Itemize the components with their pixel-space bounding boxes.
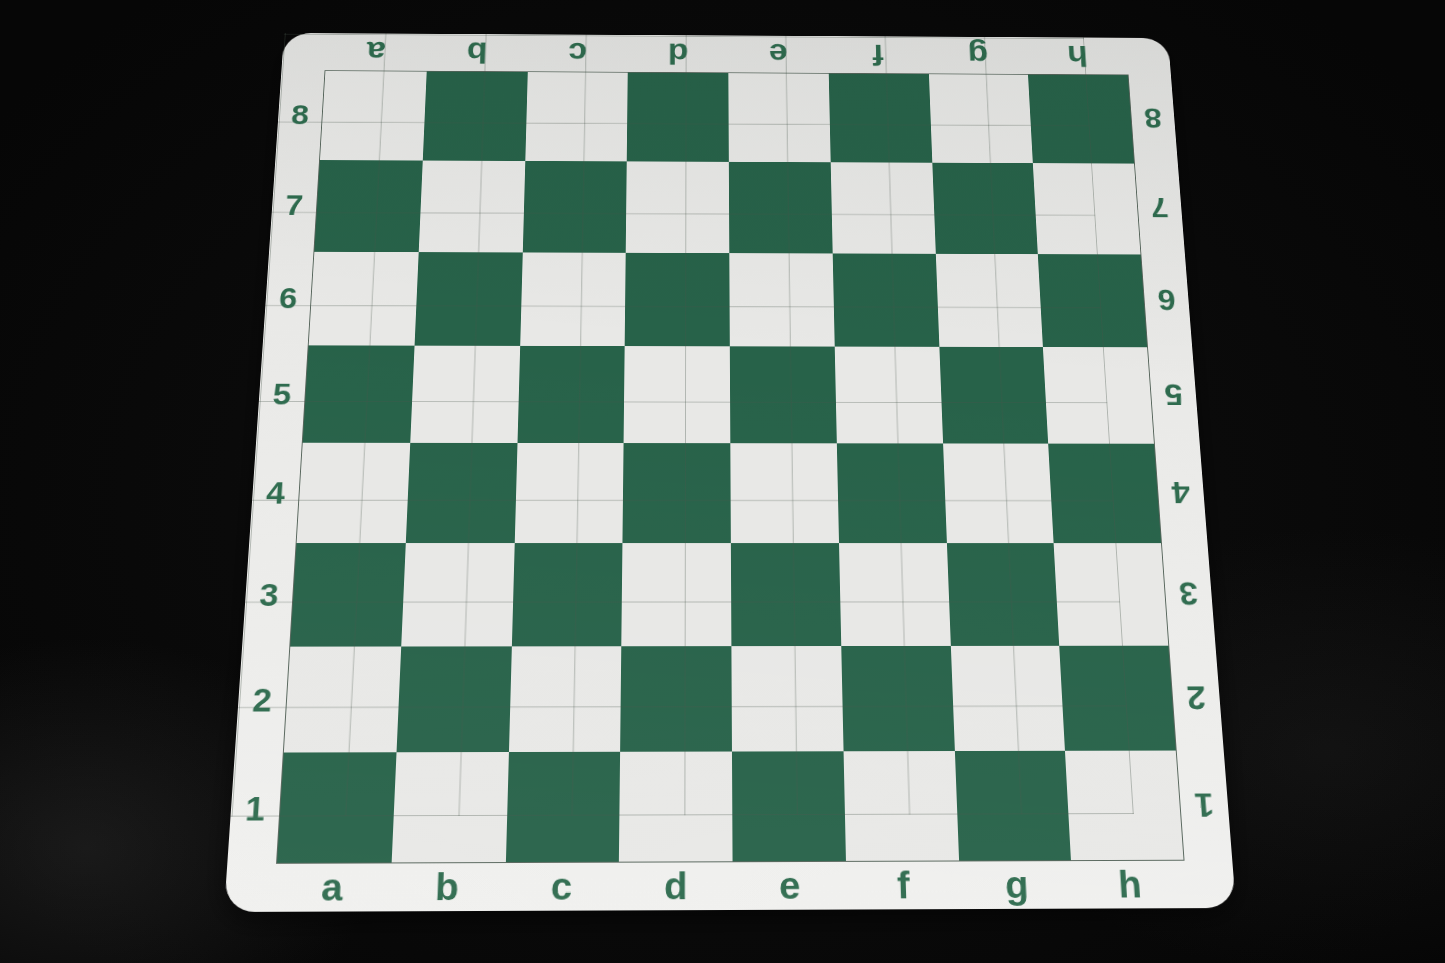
- square-f8[interactable]: [829, 74, 932, 163]
- rank-label-right-3: 3: [1162, 543, 1216, 646]
- square-e4[interactable]: [730, 443, 838, 543]
- square-b3[interactable]: [401, 543, 514, 646]
- file-labels-bottom: abcdefgh: [273, 861, 1188, 912]
- rank-label-right-4: 4: [1155, 444, 1208, 543]
- rank-label-left-6: 6: [263, 251, 314, 346]
- square-c1[interactable]: [505, 752, 620, 862]
- square-d6[interactable]: [625, 252, 730, 346]
- square-b5[interactable]: [410, 346, 520, 443]
- square-f2[interactable]: [841, 645, 954, 751]
- rank-label-left-3: 3: [242, 543, 296, 647]
- file-label-bottom-h: h: [1072, 861, 1188, 909]
- square-h3[interactable]: [1054, 543, 1168, 645]
- square-d1[interactable]: [619, 752, 732, 862]
- file-label-top-h: h: [1027, 37, 1129, 74]
- square-f7[interactable]: [830, 162, 935, 253]
- file-label-top-g: g: [927, 37, 1028, 74]
- square-e6[interactable]: [729, 253, 834, 347]
- rank-label-right-5: 5: [1148, 347, 1200, 444]
- rank-label-left-4: 4: [249, 443, 302, 543]
- file-label-top-b: b: [426, 34, 528, 72]
- square-d4[interactable]: [623, 443, 731, 543]
- square-g5[interactable]: [939, 347, 1048, 444]
- file-label-bottom-a: a: [273, 863, 390, 911]
- file-label-bottom-e: e: [733, 862, 847, 910]
- rank-label-left-8: 8: [275, 70, 324, 159]
- square-d8[interactable]: [627, 73, 729, 162]
- rank-label-left-7: 7: [269, 159, 319, 251]
- square-h2[interactable]: [1059, 645, 1175, 751]
- square-h4[interactable]: [1048, 444, 1161, 543]
- file-label-top-c: c: [527, 34, 628, 71]
- square-b1[interactable]: [391, 752, 508, 862]
- file-label-top-e: e: [728, 36, 829, 73]
- file-label-top-d: d: [628, 35, 729, 72]
- square-g1[interactable]: [954, 751, 1071, 860]
- table-cloth-background: abcdefgh abcdefgh 87654321 87654321: [0, 0, 1445, 963]
- file-label-top-a: a: [325, 33, 428, 71]
- square-c5[interactable]: [517, 346, 625, 443]
- square-e7[interactable]: [729, 162, 833, 253]
- file-label-bottom-b: b: [388, 863, 504, 911]
- chess-board: [276, 70, 1185, 864]
- square-d7[interactable]: [626, 161, 729, 253]
- square-h8[interactable]: [1028, 75, 1134, 164]
- square-a2[interactable]: [284, 646, 401, 753]
- rank-label-left-1: 1: [227, 753, 282, 864]
- square-d3[interactable]: [622, 543, 732, 646]
- square-b2[interactable]: [396, 646, 511, 753]
- file-label-bottom-f: f: [846, 861, 961, 909]
- square-c7[interactable]: [522, 161, 627, 253]
- square-c6[interactable]: [520, 252, 626, 346]
- file-label-top-f: f: [828, 36, 929, 73]
- square-h1[interactable]: [1065, 751, 1183, 860]
- square-a5[interactable]: [303, 346, 415, 443]
- file-label-bottom-c: c: [504, 863, 619, 911]
- square-a3[interactable]: [290, 543, 405, 646]
- square-h7[interactable]: [1033, 163, 1140, 254]
- file-label-bottom-d: d: [618, 862, 732, 910]
- square-b7[interactable]: [418, 160, 524, 252]
- square-d5[interactable]: [624, 346, 731, 443]
- square-b6[interactable]: [414, 252, 522, 346]
- rank-label-right-8: 8: [1129, 75, 1178, 163]
- rank-label-left-5: 5: [256, 345, 308, 442]
- square-g4[interactable]: [943, 443, 1054, 542]
- square-g2[interactable]: [950, 645, 1065, 751]
- square-e5[interactable]: [730, 347, 837, 444]
- square-f4[interactable]: [837, 443, 947, 543]
- square-e3[interactable]: [731, 543, 841, 646]
- square-g7[interactable]: [932, 163, 1038, 254]
- square-c4[interactable]: [514, 443, 624, 543]
- square-h6[interactable]: [1038, 254, 1147, 348]
- square-f1[interactable]: [843, 751, 958, 861]
- square-g8[interactable]: [928, 74, 1033, 163]
- square-e8[interactable]: [728, 73, 830, 162]
- rank-label-right-2: 2: [1169, 646, 1224, 752]
- square-a8[interactable]: [320, 71, 426, 160]
- square-f5[interactable]: [834, 347, 942, 444]
- square-c8[interactable]: [525, 72, 628, 161]
- square-f6[interactable]: [832, 253, 938, 347]
- chess-mat: abcdefgh abcdefgh 87654321 87654321: [224, 33, 1236, 912]
- square-b4[interactable]: [406, 443, 517, 543]
- rank-label-right-7: 7: [1135, 163, 1185, 254]
- square-b8[interactable]: [423, 72, 528, 161]
- square-e1[interactable]: [732, 752, 846, 862]
- square-c2[interactable]: [508, 646, 621, 752]
- square-c3[interactable]: [511, 543, 622, 646]
- rank-label-right-1: 1: [1177, 751, 1233, 860]
- square-d2[interactable]: [620, 646, 732, 752]
- file-label-bottom-g: g: [959, 861, 1074, 909]
- square-f3[interactable]: [839, 543, 951, 646]
- square-a1[interactable]: [277, 753, 396, 863]
- square-g6[interactable]: [935, 253, 1043, 347]
- square-a7[interactable]: [314, 160, 422, 252]
- file-labels-top: abcdefgh: [325, 33, 1129, 74]
- square-g3[interactable]: [946, 543, 1059, 646]
- square-a4[interactable]: [297, 443, 410, 543]
- rank-label-right-6: 6: [1141, 254, 1192, 348]
- square-e2[interactable]: [731, 646, 843, 752]
- square-a6[interactable]: [309, 251, 419, 345]
- rank-label-left-2: 2: [235, 647, 289, 754]
- square-h5[interactable]: [1043, 347, 1154, 443]
